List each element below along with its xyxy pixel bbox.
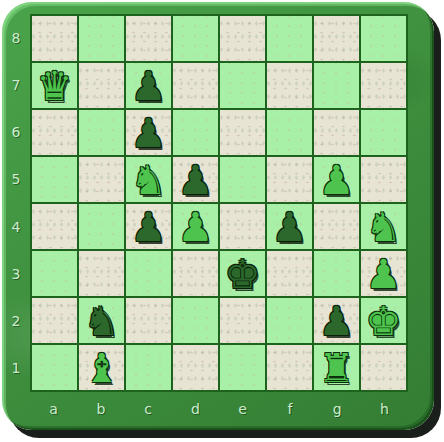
- rank-labels: 87654321: [2, 14, 30, 392]
- square-g3[interactable]: [314, 251, 359, 296]
- square-a1[interactable]: [32, 345, 77, 390]
- file-label-d: d: [172, 396, 219, 422]
- board-frame: 87654321 abcdefgh ♛♟♟♞♟♟♟♟♟♞♚♟♞♟♚♝♜: [2, 2, 434, 430]
- square-d2[interactable]: [173, 298, 218, 343]
- square-a3[interactable]: [32, 251, 77, 296]
- square-g2[interactable]: ♟: [314, 298, 359, 343]
- piece-black-knight[interactable]: ♞: [79, 298, 124, 343]
- piece-black-pawn[interactable]: ♟: [267, 204, 312, 249]
- square-g6[interactable]: [314, 110, 359, 155]
- square-h5[interactable]: [361, 157, 406, 202]
- square-b7[interactable]: [79, 63, 124, 108]
- square-d8[interactable]: [173, 16, 218, 61]
- square-h7[interactable]: [361, 63, 406, 108]
- rank-label-2: 2: [2, 298, 30, 345]
- file-label-b: b: [77, 396, 124, 422]
- square-a7[interactable]: ♛: [32, 63, 77, 108]
- square-a4[interactable]: [32, 204, 77, 249]
- rank-label-7: 7: [2, 61, 30, 108]
- square-c5[interactable]: ♞: [126, 157, 171, 202]
- square-e8[interactable]: [220, 16, 265, 61]
- square-d1[interactable]: [173, 345, 218, 390]
- square-d3[interactable]: [173, 251, 218, 296]
- square-d5[interactable]: ♟: [173, 157, 218, 202]
- piece-white-rook[interactable]: ♜: [314, 345, 359, 390]
- square-c1[interactable]: [126, 345, 171, 390]
- square-e7[interactable]: [220, 63, 265, 108]
- square-f2[interactable]: [267, 298, 312, 343]
- piece-black-king[interactable]: ♚: [220, 251, 265, 296]
- rank-label-6: 6: [2, 109, 30, 156]
- piece-white-queen[interactable]: ♛: [32, 63, 77, 108]
- file-label-f: f: [266, 396, 313, 422]
- square-b4[interactable]: [79, 204, 124, 249]
- file-labels: abcdefgh: [30, 396, 408, 422]
- piece-white-pawn[interactable]: ♟: [173, 204, 218, 249]
- square-f6[interactable]: [267, 110, 312, 155]
- file-label-a: a: [30, 396, 77, 422]
- square-h8[interactable]: [361, 16, 406, 61]
- square-b2[interactable]: ♞: [79, 298, 124, 343]
- square-d6[interactable]: [173, 110, 218, 155]
- file-label-g: g: [314, 396, 361, 422]
- square-g4[interactable]: [314, 204, 359, 249]
- chess-app: 87654321 abcdefgh ♛♟♟♞♟♟♟♟♟♞♚♟♞♟♚♝♜: [0, 0, 444, 442]
- square-e3[interactable]: ♚: [220, 251, 265, 296]
- square-f4[interactable]: ♟: [267, 204, 312, 249]
- rank-label-3: 3: [2, 250, 30, 297]
- square-g5[interactable]: ♟: [314, 157, 359, 202]
- rank-label-1: 1: [2, 345, 30, 392]
- square-h1[interactable]: [361, 345, 406, 390]
- square-e4[interactable]: [220, 204, 265, 249]
- file-label-h: h: [361, 396, 408, 422]
- square-g7[interactable]: [314, 63, 359, 108]
- square-b8[interactable]: [79, 16, 124, 61]
- rank-label-8: 8: [2, 14, 30, 61]
- square-e5[interactable]: [220, 157, 265, 202]
- square-c8[interactable]: [126, 16, 171, 61]
- square-h2[interactable]: ♚: [361, 298, 406, 343]
- square-e2[interactable]: [220, 298, 265, 343]
- piece-white-knight[interactable]: ♞: [126, 157, 171, 202]
- square-a6[interactable]: [32, 110, 77, 155]
- square-c4[interactable]: ♟: [126, 204, 171, 249]
- piece-black-pawn[interactable]: ♟: [126, 63, 171, 108]
- square-c6[interactable]: ♟: [126, 110, 171, 155]
- piece-white-pawn[interactable]: ♟: [361, 251, 406, 296]
- rank-label-5: 5: [2, 156, 30, 203]
- square-d7[interactable]: [173, 63, 218, 108]
- piece-black-pawn[interactable]: ♟: [126, 110, 171, 155]
- square-h4[interactable]: ♞: [361, 204, 406, 249]
- square-a8[interactable]: [32, 16, 77, 61]
- square-b1[interactable]: ♝: [79, 345, 124, 390]
- square-b3[interactable]: [79, 251, 124, 296]
- piece-white-bishop[interactable]: ♝: [79, 345, 124, 390]
- square-c3[interactable]: [126, 251, 171, 296]
- square-a5[interactable]: [32, 157, 77, 202]
- piece-black-pawn[interactable]: ♟: [126, 204, 171, 249]
- square-f1[interactable]: [267, 345, 312, 390]
- file-label-e: e: [219, 396, 266, 422]
- square-c7[interactable]: ♟: [126, 63, 171, 108]
- square-f5[interactable]: [267, 157, 312, 202]
- square-f3[interactable]: [267, 251, 312, 296]
- file-label-c: c: [125, 396, 172, 422]
- square-f7[interactable]: [267, 63, 312, 108]
- square-f8[interactable]: [267, 16, 312, 61]
- rank-label-4: 4: [2, 203, 30, 250]
- piece-white-knight[interactable]: ♞: [361, 204, 406, 249]
- piece-black-pawn[interactable]: ♟: [314, 298, 359, 343]
- square-e1[interactable]: [220, 345, 265, 390]
- square-d4[interactable]: ♟: [173, 204, 218, 249]
- square-h3[interactable]: ♟: [361, 251, 406, 296]
- piece-white-king[interactable]: ♚: [361, 298, 406, 343]
- square-e6[interactable]: [220, 110, 265, 155]
- square-g8[interactable]: [314, 16, 359, 61]
- square-c2[interactable]: [126, 298, 171, 343]
- chess-board: ♛♟♟♞♟♟♟♟♟♞♚♟♞♟♚♝♜: [30, 14, 408, 392]
- square-b5[interactable]: [79, 157, 124, 202]
- square-b6[interactable]: [79, 110, 124, 155]
- square-h6[interactable]: [361, 110, 406, 155]
- piece-black-pawn[interactable]: ♟: [173, 157, 218, 202]
- piece-white-pawn[interactable]: ♟: [314, 157, 359, 202]
- square-g1[interactable]: ♜: [314, 345, 359, 390]
- square-a2[interactable]: [32, 298, 77, 343]
